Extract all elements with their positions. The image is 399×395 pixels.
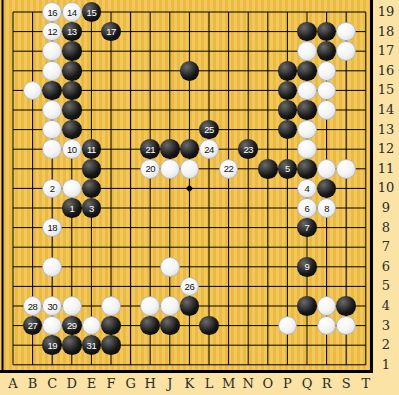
col-label: P	[278, 376, 296, 391]
col-label: G	[122, 376, 140, 391]
col-label: B	[24, 376, 42, 391]
stone-black: 19	[42, 335, 62, 355]
col-label: D	[63, 376, 81, 391]
row-label: 13	[375, 122, 397, 137]
stone-black: 5	[278, 159, 298, 179]
stone-white	[317, 100, 337, 120]
col-label: O	[259, 376, 277, 391]
star-point	[186, 185, 193, 192]
stone-black	[62, 41, 82, 61]
stone-black	[101, 316, 121, 336]
stone-black: 23	[238, 139, 258, 159]
stone-white: 8	[317, 198, 337, 218]
row-label: 9	[375, 200, 397, 215]
stone-black	[62, 81, 82, 101]
stone-white: 14	[62, 2, 82, 22]
col-label: L	[200, 376, 218, 391]
stone-black	[62, 335, 82, 355]
stone-white: 18	[42, 218, 62, 238]
row-label: 5	[375, 278, 397, 293]
stone-white: 10	[62, 139, 82, 159]
stone-white	[42, 61, 62, 81]
stone-black	[180, 61, 200, 81]
stone-white	[317, 61, 337, 81]
stone-black	[297, 61, 317, 81]
col-label: K	[180, 376, 198, 391]
stone-black	[160, 139, 180, 159]
stone-white: 30	[42, 296, 62, 316]
stone-black: 21	[140, 139, 160, 159]
stone-white	[42, 316, 62, 336]
stone-white	[336, 159, 356, 179]
stone-black: 31	[82, 335, 102, 355]
row-label: 6	[375, 259, 397, 274]
stone-white	[42, 257, 62, 277]
stone-white	[297, 139, 317, 159]
stone-white: 12	[42, 22, 62, 42]
stone-white	[336, 22, 356, 42]
stone-black	[278, 61, 298, 81]
col-label: F	[102, 376, 120, 391]
stone-white: 24	[199, 139, 219, 159]
stone-white: 20	[140, 159, 160, 179]
row-label: 8	[375, 220, 397, 235]
stone-white	[42, 100, 62, 120]
col-label: J	[161, 376, 179, 391]
row-label: 4	[375, 298, 397, 313]
stone-white	[297, 41, 317, 61]
row-label: 10	[375, 180, 397, 195]
row-label: 14	[375, 102, 397, 117]
stone-white	[160, 159, 180, 179]
stone-black	[62, 120, 82, 140]
col-label: E	[82, 376, 100, 391]
col-label: M	[220, 376, 238, 391]
stone-black	[140, 316, 160, 336]
stone-white: 26	[180, 277, 200, 297]
stone-black	[180, 296, 200, 316]
stone-white: 28	[23, 296, 43, 316]
row-label: 7	[375, 239, 397, 254]
col-label: Q	[298, 376, 316, 391]
stone-black: 9	[297, 257, 317, 277]
stone-white	[140, 296, 160, 316]
board-grid	[0, 0, 399, 395]
stone-black: 1	[62, 198, 82, 218]
stone-black	[82, 179, 102, 199]
stone-white: 4	[297, 179, 317, 199]
stone-black	[336, 296, 356, 316]
col-label: T	[357, 376, 375, 391]
stone-white	[101, 296, 121, 316]
stone-white	[42, 120, 62, 140]
stone-black: 29	[62, 316, 82, 336]
row-label: 12	[375, 141, 397, 156]
stone-white	[42, 139, 62, 159]
stone-black	[297, 296, 317, 316]
stone-black: 17	[101, 22, 121, 42]
stone-white	[180, 159, 200, 179]
stone-black	[82, 159, 102, 179]
stone-black	[199, 316, 219, 336]
stone-black: 3	[82, 198, 102, 218]
stone-black	[62, 61, 82, 81]
stone-white	[336, 316, 356, 336]
stone-black	[62, 100, 82, 120]
stone-black	[297, 22, 317, 42]
stone-white	[62, 179, 82, 199]
stone-black	[258, 159, 278, 179]
col-label: R	[318, 376, 336, 391]
stone-white	[42, 41, 62, 61]
stone-black: 11	[82, 139, 102, 159]
stone-black	[297, 100, 317, 120]
stone-white	[160, 257, 180, 277]
stone-white: 6	[297, 198, 317, 218]
stone-black: 13	[62, 22, 82, 42]
row-label: 2	[375, 337, 397, 352]
stone-black: 7	[297, 218, 317, 238]
stone-white	[160, 296, 180, 316]
stone-black: 25	[199, 120, 219, 140]
col-label: C	[43, 376, 61, 391]
stone-white: 2	[42, 179, 62, 199]
stone-white	[336, 41, 356, 61]
row-label: 15	[375, 82, 397, 97]
stone-black	[317, 41, 337, 61]
stone-black	[278, 100, 298, 120]
stone-black	[42, 81, 62, 101]
stone-white	[297, 81, 317, 101]
stone-black: 15	[82, 2, 102, 22]
stone-black	[297, 159, 317, 179]
stone-white	[297, 120, 317, 140]
row-label: 16	[375, 63, 397, 78]
col-label: H	[141, 376, 159, 391]
stone-white	[317, 159, 337, 179]
go-board-diagram: 1614151213172510112124232022524136818792…	[0, 0, 399, 395]
row-label: 3	[375, 318, 397, 333]
row-label: 17	[375, 43, 397, 58]
stone-white	[317, 296, 337, 316]
stone-black	[101, 335, 121, 355]
row-label: 11	[375, 161, 397, 176]
stone-black	[180, 139, 200, 159]
col-label: A	[4, 376, 22, 391]
stone-white: 16	[42, 2, 62, 22]
row-label: 18	[375, 24, 397, 39]
stone-white	[62, 296, 82, 316]
row-label: 1	[375, 357, 397, 372]
row-label: 19	[375, 4, 397, 19]
stone-white: 22	[219, 159, 239, 179]
stone-black	[278, 81, 298, 101]
col-label: N	[239, 376, 257, 391]
col-label: S	[337, 376, 355, 391]
stone-black	[160, 316, 180, 336]
